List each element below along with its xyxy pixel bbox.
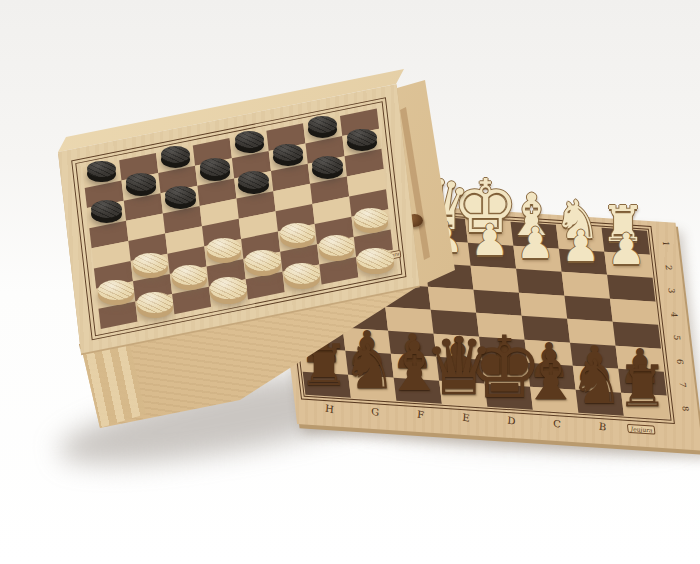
chess-square <box>345 351 393 377</box>
checkers-grid <box>82 109 395 329</box>
chess-square <box>428 286 476 312</box>
chess-rank-label: 5 <box>665 327 691 349</box>
chess-square <box>343 327 391 353</box>
chess-rank-label: 6 <box>667 350 693 372</box>
chess-square <box>385 307 433 333</box>
chess-square <box>610 298 658 324</box>
chess-square <box>388 330 436 356</box>
chess-rank-label: 7 <box>670 374 696 396</box>
chess-square <box>473 289 521 315</box>
chess-square <box>564 295 612 321</box>
chess-square <box>511 222 559 248</box>
chess-square <box>522 316 570 342</box>
chess-square <box>527 363 575 389</box>
chess-square <box>613 322 661 348</box>
chess-rank-label: 1 <box>653 233 679 255</box>
chess-square <box>391 354 439 380</box>
chess-square <box>434 333 482 359</box>
chess-square <box>471 266 519 292</box>
chess-square <box>525 339 573 365</box>
chess-rank-label: 3 <box>659 280 685 302</box>
chess-square <box>482 360 530 386</box>
chess-square <box>431 310 479 336</box>
chess-square <box>519 292 567 318</box>
chess-square <box>556 225 604 251</box>
chess-square <box>513 245 561 271</box>
chess-square <box>559 248 607 274</box>
chess-square <box>465 219 513 245</box>
chess-rank-label: 4 <box>662 303 688 325</box>
chess-square <box>468 242 516 268</box>
chess-square <box>573 366 621 392</box>
chess-square <box>607 275 655 301</box>
chess-square <box>567 319 615 345</box>
chess-square <box>476 313 524 339</box>
chess-square <box>570 342 618 368</box>
chess-square <box>562 272 610 298</box>
chess-square <box>516 269 564 295</box>
chess-square <box>604 251 652 277</box>
product-photo-scene: HGFEDCBA 12345678 Jeujura ♜♞♝♚♛♝♞♜♟♟♟♟♟♟… <box>0 0 700 564</box>
chess-square <box>436 357 484 383</box>
chess-square <box>615 345 663 371</box>
chess-rank-label: 2 <box>656 256 682 278</box>
chess-square <box>618 369 666 395</box>
chess-rank-label: 8 <box>673 397 699 419</box>
chess-square <box>602 228 650 254</box>
chess-square <box>479 336 527 362</box>
